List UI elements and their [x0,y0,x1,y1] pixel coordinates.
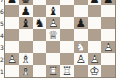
rank-label-1: 1 [0,68,4,75]
square-c6 [33,5,47,17]
square-e2 [60,53,74,65]
square-d1 [46,65,60,77]
square-c5 [33,17,47,29]
square-f1 [74,65,88,77]
square-c1 [33,65,47,77]
square-f5 [74,17,88,29]
square-a6 [5,5,19,17]
square-e4 [60,29,74,41]
square-b1 [19,65,33,77]
square-f2 [74,53,88,65]
square-e1 [60,65,74,77]
square-g1 [88,65,102,77]
square-e5 [60,17,74,29]
chess-board: ♟♚♟♟♟♝♝♞♟♙♟♛♕♞♘♟♙♟♙♝♗♟♙♟♙♝♗♜♖♜♖♚♔ [4,0,116,78]
square-f3 [74,41,88,53]
rank-label-4: 4 [0,32,4,39]
rank-label-3: 3 [0,44,4,51]
square-h3 [101,41,115,53]
square-a5 [5,17,19,29]
square-b5 [19,17,33,29]
square-g5 [88,17,102,29]
square-h1 [101,65,115,77]
square-h2 [101,53,115,65]
square-d6 [46,5,60,17]
square-c3 [33,41,47,53]
square-c4 [33,29,47,41]
square-b6 [19,5,33,17]
square-g4 [88,29,102,41]
square-a3 [5,41,19,53]
square-d5 [46,17,60,29]
square-g2 [88,53,102,65]
square-a4 [5,29,19,41]
square-h4 [101,29,115,41]
square-g3 [88,41,102,53]
square-a1 [5,65,19,77]
square-e6 [60,5,74,17]
square-d2 [46,53,60,65]
square-e3 [60,41,74,53]
square-h6 [101,5,115,17]
square-d3 [46,41,60,53]
square-g6 [88,5,102,17]
chess-diagram: ♟♚♟♟♟♝♝♞♟♙♟♛♕♞♘♟♙♟♙♝♗♟♙♟♙♝♗♜♖♜♖♚♔ 765432… [0,0,120,80]
square-f4 [74,29,88,41]
rank-label-6: 6 [0,8,4,15]
square-b3 [19,41,33,53]
square-h5 [101,17,115,29]
rank-label-5: 5 [0,20,4,27]
square-f6 [74,5,88,17]
square-b2 [19,53,33,65]
square-d4 [46,29,60,41]
rank-label-2: 2 [0,56,4,63]
rank-label-7: 7 [0,0,4,3]
square-c2 [33,53,47,65]
square-a2 [5,53,19,65]
square-b4 [19,29,33,41]
